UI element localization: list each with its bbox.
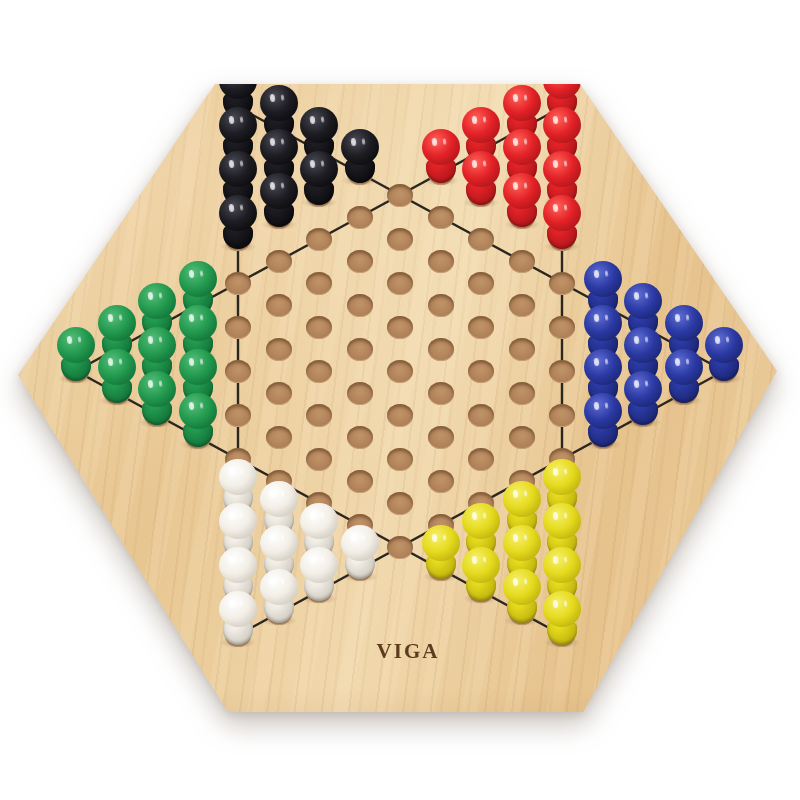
- peg-head: [624, 371, 662, 407]
- peg-head: [543, 195, 581, 231]
- peg-blue[interactable]: [582, 393, 624, 447]
- peg-head: [624, 283, 662, 319]
- peg-head: [462, 503, 500, 539]
- peg-head: [503, 129, 541, 165]
- peg-head: [665, 349, 703, 385]
- peg-yellow[interactable]: [541, 591, 583, 645]
- peg-red[interactable]: [541, 195, 583, 249]
- peg-green[interactable]: [96, 349, 138, 403]
- peg-head: [300, 151, 338, 187]
- peg-head: [179, 393, 217, 429]
- peg-head: [57, 327, 95, 363]
- peg-head: [219, 195, 257, 231]
- peg-blue[interactable]: [663, 349, 705, 403]
- peg-black[interactable]: [258, 173, 300, 227]
- peg-head: [665, 305, 703, 341]
- peg-head: [300, 503, 338, 539]
- peg-head: [543, 547, 581, 583]
- peg-head: [462, 107, 500, 143]
- peg-white[interactable]: [258, 569, 300, 623]
- peg-head: [584, 261, 622, 297]
- peg-head: [219, 151, 257, 187]
- peg-head: [705, 327, 743, 363]
- peg-head: [179, 261, 217, 297]
- peg-green[interactable]: [177, 393, 219, 447]
- peg-white[interactable]: [339, 525, 381, 579]
- peg-blue[interactable]: [703, 327, 745, 381]
- peg-head: [300, 547, 338, 583]
- chinese-checkers-board: VIGA: [0, 0, 800, 800]
- peg-head: [260, 173, 298, 209]
- peg-head: [462, 151, 500, 187]
- peg-head: [179, 305, 217, 341]
- peg-head: [260, 525, 298, 561]
- peg-head: [543, 459, 581, 495]
- peg-head: [584, 305, 622, 341]
- board-shadow: VIGA: [0, 0, 800, 800]
- peg-head: [138, 371, 176, 407]
- peg-black[interactable]: [339, 129, 381, 183]
- peg-head: [138, 327, 176, 363]
- peg-head: [503, 525, 541, 561]
- peg-head: [300, 107, 338, 143]
- peg-head: [98, 305, 136, 341]
- peg-head: [543, 151, 581, 187]
- peg-head: [138, 283, 176, 319]
- peg-head: [543, 591, 581, 627]
- peg-white[interactable]: [298, 547, 340, 601]
- peg-head: [260, 481, 298, 517]
- peg-head: [543, 63, 581, 99]
- peg-yellow[interactable]: [501, 569, 543, 623]
- peg-head: [179, 349, 217, 385]
- peg-head: [503, 173, 541, 209]
- peg-head: [98, 349, 136, 385]
- peg-head: [503, 481, 541, 517]
- peg-head: [219, 547, 257, 583]
- pegs-layer: [0, 0, 800, 800]
- peg-head: [260, 85, 298, 121]
- peg-head: [422, 525, 460, 561]
- peg-blue[interactable]: [622, 371, 664, 425]
- peg-black[interactable]: [298, 151, 340, 205]
- peg-red[interactable]: [420, 129, 462, 183]
- peg-head: [219, 459, 257, 495]
- peg-black[interactable]: [217, 195, 259, 249]
- peg-head: [503, 85, 541, 121]
- photo-stage: VIGA: [0, 0, 800, 800]
- peg-head: [503, 569, 541, 605]
- peg-head: [260, 569, 298, 605]
- peg-head: [543, 503, 581, 539]
- peg-green[interactable]: [136, 371, 178, 425]
- peg-head: [422, 129, 460, 165]
- peg-red[interactable]: [501, 173, 543, 227]
- peg-head: [584, 393, 622, 429]
- peg-red[interactable]: [460, 151, 502, 205]
- peg-green[interactable]: [55, 327, 97, 381]
- peg-head: [341, 129, 379, 165]
- peg-head: [219, 591, 257, 627]
- peg-head: [219, 107, 257, 143]
- peg-head: [624, 327, 662, 363]
- peg-head: [260, 129, 298, 165]
- peg-head: [543, 107, 581, 143]
- peg-head: [584, 349, 622, 385]
- peg-head: [341, 525, 379, 561]
- peg-yellow[interactable]: [460, 547, 502, 601]
- peg-head: [219, 503, 257, 539]
- peg-white[interactable]: [217, 591, 259, 645]
- peg-head: [219, 63, 257, 99]
- peg-head: [462, 547, 500, 583]
- peg-yellow[interactable]: [420, 525, 462, 579]
